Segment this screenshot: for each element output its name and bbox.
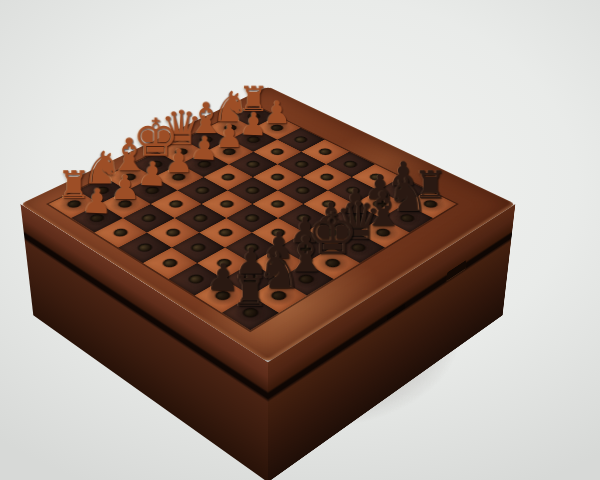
- peg-hole: [111, 227, 130, 238]
- peg-hole: [244, 160, 262, 169]
- peg-hole: [292, 135, 309, 144]
- peg-hole: [269, 199, 287, 209]
- peg-hole: [342, 160, 360, 169]
- peg-hole: [139, 213, 158, 223]
- peg-hole: [160, 257, 180, 268]
- photo-background: ♜♞♝♚♛♝♞♜♟♟♟♟♟♟♟♟♟♟♟♟♟♟♟♟♜♞♝♚♛♝♞♜: [0, 0, 600, 480]
- peg-hole: [164, 227, 183, 238]
- piece-white-pawn: ♟: [164, 144, 194, 177]
- peg-hole: [191, 213, 210, 223]
- piece-black-rook: ♜: [232, 270, 270, 313]
- peg-hole: [243, 213, 262, 223]
- hinge: [446, 260, 466, 281]
- peg-hole: [244, 186, 262, 196]
- peg-hole: [269, 147, 286, 156]
- peg-hole: [269, 172, 287, 181]
- piece-white-pawn: ♟: [81, 183, 113, 219]
- peg-hole: [218, 199, 236, 209]
- peg-hole: [135, 242, 154, 253]
- piece-white-pawn: ♟: [110, 170, 140, 204]
- peg-hole: [167, 199, 185, 209]
- peg-hole: [317, 147, 334, 156]
- piece-white-pawn: ♟: [189, 131, 220, 165]
- peg-hole: [186, 273, 206, 285]
- peg-hole: [189, 242, 208, 253]
- peg-hole: [318, 172, 336, 181]
- peg-hole: [293, 160, 311, 169]
- peg-hole: [294, 186, 312, 196]
- peg-hole: [193, 186, 211, 196]
- peg-hole: [216, 227, 235, 238]
- peg-hole: [219, 172, 237, 181]
- piece-white-pawn: ♟: [137, 156, 168, 191]
